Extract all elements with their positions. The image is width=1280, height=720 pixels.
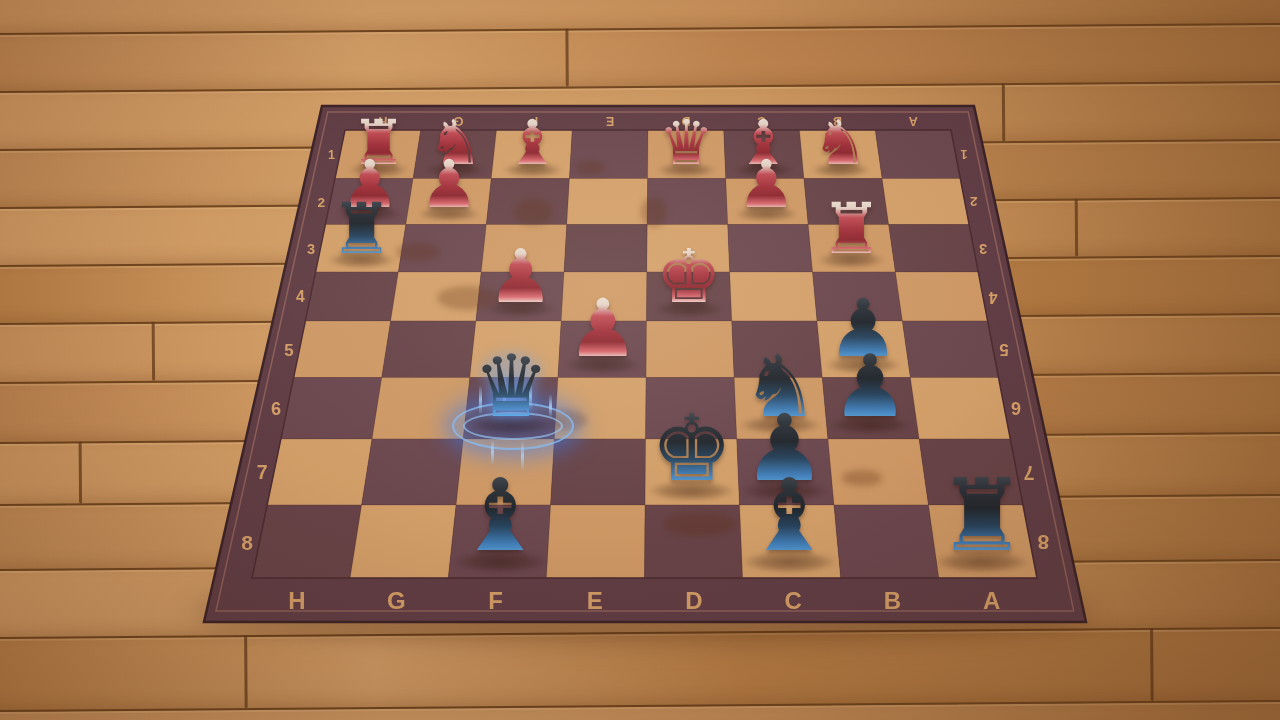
piece-blue-rook-h3[interactable]: ♜ xyxy=(330,194,393,264)
rank-label-left-4: 4 xyxy=(296,288,305,305)
square-e2[interactable] xyxy=(567,179,648,225)
square-a2[interactable] xyxy=(882,179,969,225)
rank-label-right-8: 8 xyxy=(1037,531,1049,554)
square-a3[interactable] xyxy=(889,225,979,273)
piece-red-king-d4[interactable]: ♚ xyxy=(656,239,722,313)
rank-label-left-5: 5 xyxy=(284,341,293,360)
file-label-near-G: G xyxy=(387,587,406,614)
rank-label-left-8: 8 xyxy=(241,531,253,554)
square-e8[interactable] xyxy=(546,505,645,578)
file-label-near-B: B xyxy=(884,587,901,614)
piece-blue-bishop-f8[interactable]: ♝ xyxy=(456,466,546,566)
piece-red-pawn-f4[interactable]: ♟ xyxy=(487,239,553,313)
wet-stain xyxy=(396,243,440,261)
piece-blue-bishop-c8[interactable]: ♝ xyxy=(744,466,834,566)
rank-label-left-7: 7 xyxy=(257,461,268,483)
square-h8[interactable] xyxy=(252,505,362,578)
file-label-far-E: E xyxy=(606,114,614,128)
square-a6[interactable] xyxy=(910,378,1010,440)
square-g5[interactable] xyxy=(382,321,476,378)
wet-stain xyxy=(514,199,552,225)
file-label-near-A: A xyxy=(983,587,1000,614)
piece-red-pawn-e5[interactable]: ♟ xyxy=(567,289,639,369)
rank-label-right-5: 5 xyxy=(999,340,1008,359)
piece-red-knight-b1[interactable]: ♞ xyxy=(812,112,868,174)
square-h6[interactable] xyxy=(281,378,382,440)
square-g8[interactable] xyxy=(350,505,456,578)
square-b7[interactable] xyxy=(828,439,929,505)
chess-scene: HHGGFFEEDDCCBBAA1122334455667788 ♜♞♝♛♝♞♟… xyxy=(0,0,1280,720)
square-c4[interactable] xyxy=(730,272,817,321)
rank-label-left-6: 6 xyxy=(271,399,281,419)
piece-red-rook-b3[interactable]: ♜ xyxy=(820,194,883,264)
square-b8[interactable] xyxy=(834,505,939,578)
rank-label-left-1: 1 xyxy=(328,148,335,162)
square-e3[interactable] xyxy=(564,225,647,273)
piece-red-pawn-c2[interactable]: ♟ xyxy=(737,152,796,218)
rank-label-left-2: 2 xyxy=(317,195,325,210)
file-label-near-D: D xyxy=(685,587,702,614)
wet-stain xyxy=(842,470,882,486)
wet-stain xyxy=(575,161,605,175)
rank-label-right-4: 4 xyxy=(989,288,998,305)
piece-blue-pawn-b6[interactable]: ♟ xyxy=(831,343,908,429)
rank-label-left-3: 3 xyxy=(307,241,315,257)
piece-red-pawn-g2[interactable]: ♟ xyxy=(420,152,479,218)
file-label-near-H: H xyxy=(288,587,305,614)
wet-stain xyxy=(641,197,667,227)
piece-red-queen-d1[interactable]: ♛ xyxy=(658,112,714,174)
square-e7[interactable] xyxy=(551,439,646,505)
file-label-near-F: F xyxy=(488,587,503,614)
square-h5[interactable] xyxy=(294,321,391,378)
piece-blue-rook-a8[interactable]: ♜ xyxy=(937,466,1027,566)
piece-blue-queen-f6[interactable]: ♛ xyxy=(473,343,550,429)
square-d5[interactable] xyxy=(646,321,734,378)
square-a1[interactable] xyxy=(875,130,960,179)
piece-blue-king-d7[interactable]: ♚ xyxy=(650,403,732,495)
file-label-near-E: E xyxy=(587,587,603,614)
rank-label-right-3: 3 xyxy=(979,241,987,257)
square-h7[interactable] xyxy=(267,439,372,505)
square-g7[interactable] xyxy=(362,439,464,505)
square-h4[interactable] xyxy=(305,272,398,321)
rank-label-right-2: 2 xyxy=(970,194,978,209)
piece-red-bishop-f1[interactable]: ♝ xyxy=(505,112,561,174)
chess-board: HHGGFFEEDDCCBBAA1122334455667788 xyxy=(0,0,1280,720)
square-c3[interactable] xyxy=(728,225,813,273)
file-label-near-C: C xyxy=(784,587,801,614)
wet-stain xyxy=(664,512,736,536)
square-a4[interactable] xyxy=(895,272,987,321)
square-a5[interactable] xyxy=(902,321,998,378)
file-label-far-A: A xyxy=(909,114,918,128)
rank-label-right-6: 6 xyxy=(1011,398,1021,418)
rank-label-right-1: 1 xyxy=(961,147,968,161)
